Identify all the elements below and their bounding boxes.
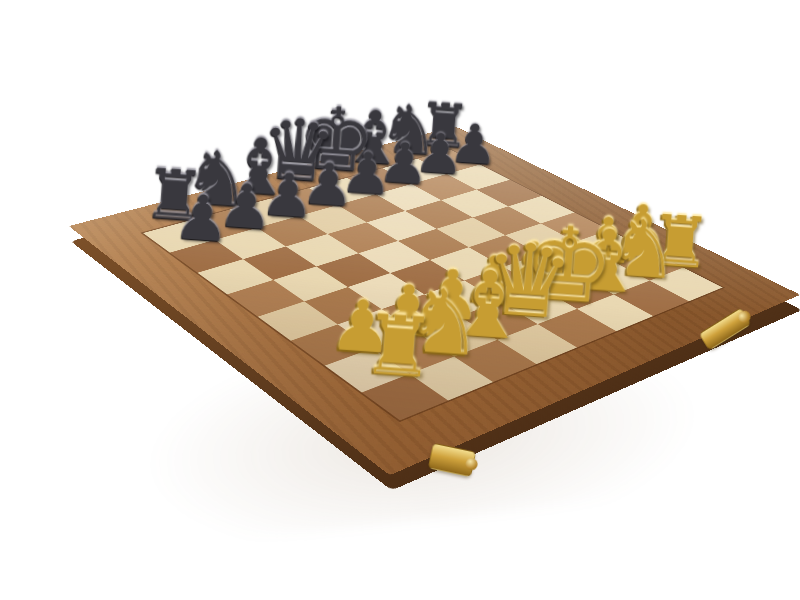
black-r-piece-h8: ♜	[415, 97, 472, 155]
black-k-piece-e8: ♚	[295, 98, 377, 182]
black-q-piece-d8: ♛	[258, 110, 339, 193]
board-grid	[140, 149, 725, 422]
product-photo: ♜♞♝♛♚♝♞♜♟♟♟♟♟♟♟♟♟♟♟♟♟♟♟♟♜♞♝♛♚♝♞♜	[0, 0, 800, 600]
